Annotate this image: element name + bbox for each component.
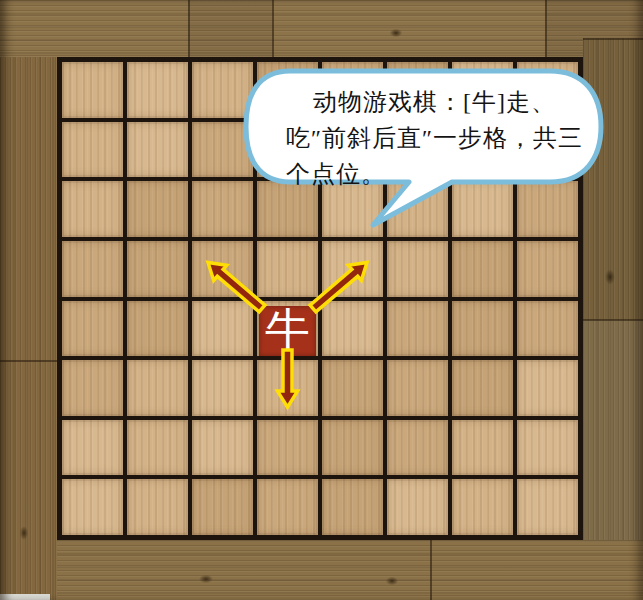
board-cell[interactable]: [257, 241, 318, 297]
callout-line-3: 个点位。: [286, 156, 586, 192]
plank-seam: [545, 0, 547, 57]
board-cell[interactable]: [192, 181, 253, 237]
board-cell[interactable]: [322, 479, 383, 535]
board-cell[interactable]: [517, 360, 578, 416]
plank-seam: [188, 0, 190, 57]
board-cell[interactable]: [257, 420, 318, 476]
board-cell[interactable]: [62, 301, 123, 357]
board-cell[interactable]: [387, 479, 448, 535]
board-cell[interactable]: [452, 360, 513, 416]
board-cell[interactable]: [322, 420, 383, 476]
board-cell[interactable]: [127, 122, 188, 178]
board-cell[interactable]: [517, 301, 578, 357]
board-cell[interactable]: [387, 241, 448, 297]
wood-frame-bottom: [57, 540, 643, 600]
board-cell[interactable]: [517, 479, 578, 535]
board-cell[interactable]: [192, 62, 253, 118]
board-cell[interactable]: [452, 301, 513, 357]
board-cell[interactable]: [192, 360, 253, 416]
board-cell[interactable]: [127, 181, 188, 237]
plank-seam: [583, 319, 643, 321]
callout-text: 动物游戏棋：[牛]走、 吃″前斜后直″一步格，共三 个点位。: [286, 84, 586, 192]
board-cell[interactable]: [192, 479, 253, 535]
board-cell[interactable]: [62, 479, 123, 535]
board-cell[interactable]: [387, 301, 448, 357]
board-cell[interactable]: [62, 360, 123, 416]
plank-seam: [583, 38, 643, 40]
board-cell[interactable]: [127, 301, 188, 357]
board-cell[interactable]: [62, 420, 123, 476]
board-cell[interactable]: [192, 301, 253, 357]
board-cell[interactable]: [192, 241, 253, 297]
board-cell[interactable]: [62, 181, 123, 237]
board-cell[interactable]: [257, 479, 318, 535]
board-cell[interactable]: [322, 301, 383, 357]
board-cell[interactable]: [452, 420, 513, 476]
plank-seam: [272, 0, 274, 57]
board-cell[interactable]: [192, 122, 253, 178]
board-cell[interactable]: [62, 122, 123, 178]
board-cell[interactable]: [517, 241, 578, 297]
callout-line-2: 吃″前斜后直″一步格，共三: [286, 120, 586, 156]
board-cell[interactable]: [257, 360, 318, 416]
niu-piece[interactable]: 牛: [259, 306, 316, 357]
board-cell[interactable]: [387, 360, 448, 416]
board-cell[interactable]: [62, 62, 123, 118]
plank-seam: [430, 540, 432, 600]
animal-chess-diagram: 牛 动物游戏棋：[牛]走、 吃″前斜后直″一步格，共三 个点位。: [0, 0, 643, 600]
wood-frame-left: [0, 57, 57, 600]
board-cell[interactable]: [127, 360, 188, 416]
board-cell[interactable]: [322, 360, 383, 416]
scan-edge-artifact: [0, 594, 50, 600]
callout-line-1: 动物游戏棋：[牛]走、: [286, 84, 586, 120]
board-cell[interactable]: [127, 241, 188, 297]
board-cell[interactable]: [127, 62, 188, 118]
board-cell[interactable]: [127, 420, 188, 476]
board-cell[interactable]: [387, 420, 448, 476]
board-cell[interactable]: [517, 420, 578, 476]
board-cell[interactable]: [62, 241, 123, 297]
board-cell[interactable]: [322, 241, 383, 297]
board-cell[interactable]: [452, 479, 513, 535]
board-cell[interactable]: [452, 241, 513, 297]
board-cell[interactable]: [127, 479, 188, 535]
board-cell[interactable]: [192, 420, 253, 476]
plank-seam: [0, 360, 57, 362]
